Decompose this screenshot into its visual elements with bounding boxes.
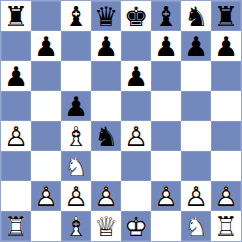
square-a3[interactable] bbox=[1, 151, 31, 181]
white-rook-outline: ♖ bbox=[1, 211, 31, 241]
white-king-outline: ♔ bbox=[121, 211, 151, 241]
white-pawn[interactable]: ♟♙ bbox=[181, 181, 211, 211]
white-pawn-outline: ♙ bbox=[61, 181, 91, 211]
white-pawn[interactable]: ♟♙ bbox=[91, 181, 121, 211]
square-a4[interactable]: ♟♙ bbox=[1, 121, 31, 151]
square-a5[interactable] bbox=[1, 91, 31, 121]
white-pawn-outline: ♙ bbox=[211, 181, 241, 211]
square-f4[interactable] bbox=[151, 121, 181, 151]
square-b6[interactable] bbox=[31, 61, 61, 91]
black-pawn[interactable]: ♟ bbox=[211, 31, 241, 61]
black-pawn[interactable]: ♟ bbox=[1, 61, 31, 91]
square-d7[interactable]: ♟ bbox=[91, 31, 121, 61]
square-b2[interactable]: ♟♙ bbox=[31, 181, 61, 211]
square-g2[interactable]: ♟♙ bbox=[181, 181, 211, 211]
square-f7[interactable]: ♟ bbox=[151, 31, 181, 61]
square-h4[interactable] bbox=[211, 121, 241, 151]
white-knight-outline: ♘ bbox=[181, 211, 211, 241]
square-g5[interactable] bbox=[181, 91, 211, 121]
black-queen[interactable]: ♛ bbox=[91, 1, 121, 31]
square-d1[interactable]: ♛♕ bbox=[91, 211, 121, 241]
white-rook[interactable]: ♜♖ bbox=[1, 211, 31, 241]
square-d5[interactable] bbox=[91, 91, 121, 121]
square-e6[interactable]: ♟ bbox=[121, 61, 151, 91]
white-pawn-outline: ♙ bbox=[181, 181, 211, 211]
square-e3[interactable] bbox=[121, 151, 151, 181]
square-c5[interactable]: ♟ bbox=[61, 91, 91, 121]
square-c1[interactable]: ♝♗ bbox=[61, 211, 91, 241]
square-g3[interactable] bbox=[181, 151, 211, 181]
white-pawn[interactable]: ♟♙ bbox=[31, 181, 61, 211]
square-e8[interactable]: ♚ bbox=[121, 1, 151, 31]
white-pawn[interactable]: ♟♙ bbox=[121, 121, 151, 151]
black-pawn[interactable]: ♟ bbox=[31, 31, 61, 61]
white-rook[interactable]: ♜♖ bbox=[211, 211, 241, 241]
black-knight[interactable]: ♞ bbox=[181, 1, 211, 31]
black-pawn[interactable]: ♟ bbox=[61, 91, 91, 121]
square-d2[interactable]: ♟♙ bbox=[91, 181, 121, 211]
black-knight[interactable]: ♞ bbox=[91, 121, 121, 151]
square-f5[interactable] bbox=[151, 91, 181, 121]
square-g6[interactable] bbox=[181, 61, 211, 91]
square-e5[interactable] bbox=[121, 91, 151, 121]
square-a6[interactable]: ♟ bbox=[1, 61, 31, 91]
white-bishop[interactable]: ♝♗ bbox=[61, 211, 91, 241]
white-pawn[interactable]: ♟♙ bbox=[61, 181, 91, 211]
square-d4[interactable]: ♞ bbox=[91, 121, 121, 151]
white-knight-outline: ♘ bbox=[61, 151, 91, 181]
square-e1[interactable]: ♚♔ bbox=[121, 211, 151, 241]
square-h6[interactable] bbox=[211, 61, 241, 91]
square-b8[interactable] bbox=[31, 1, 61, 31]
white-queen[interactable]: ♛♕ bbox=[91, 211, 121, 241]
white-pawn-outline: ♙ bbox=[91, 181, 121, 211]
square-b7[interactable]: ♟ bbox=[31, 31, 61, 61]
square-c6[interactable] bbox=[61, 61, 91, 91]
black-pawn[interactable]: ♟ bbox=[121, 61, 151, 91]
white-pawn-outline: ♙ bbox=[151, 181, 181, 211]
black-bishop[interactable]: ♝ bbox=[151, 1, 181, 31]
square-c7[interactable] bbox=[61, 31, 91, 61]
square-h7[interactable]: ♟ bbox=[211, 31, 241, 61]
white-knight[interactable]: ♞♘ bbox=[61, 151, 91, 181]
square-b4[interactable] bbox=[31, 121, 61, 151]
square-g7[interactable]: ♟ bbox=[181, 31, 211, 61]
black-rook[interactable]: ♜ bbox=[1, 1, 31, 31]
square-b5[interactable] bbox=[31, 91, 61, 121]
black-pawn[interactable]: ♟ bbox=[151, 31, 181, 61]
square-d6[interactable] bbox=[91, 61, 121, 91]
black-bishop[interactable]: ♝ bbox=[61, 1, 91, 31]
square-f3[interactable] bbox=[151, 151, 181, 181]
white-pawn[interactable]: ♟♙ bbox=[1, 121, 31, 151]
square-e2[interactable] bbox=[121, 181, 151, 211]
square-e4[interactable]: ♟♙ bbox=[121, 121, 151, 151]
chess-board: ♜♝♛♚♝♞♜♟♟♟♟♟♟♟♟♟♙♝♗♞♟♙♞♘♟♙♟♙♟♙♟♙♟♙♟♙♜♖♝♗… bbox=[0, 0, 242, 242]
square-g1[interactable]: ♞♘ bbox=[181, 211, 211, 241]
square-e7[interactable] bbox=[121, 31, 151, 61]
white-knight[interactable]: ♞♘ bbox=[181, 211, 211, 241]
black-king[interactable]: ♚ bbox=[121, 1, 151, 31]
square-h5[interactable] bbox=[211, 91, 241, 121]
square-a7[interactable] bbox=[1, 31, 31, 61]
square-h3[interactable] bbox=[211, 151, 241, 181]
square-d8[interactable]: ♛ bbox=[91, 1, 121, 31]
black-rook[interactable]: ♜ bbox=[211, 1, 241, 31]
square-c8[interactable]: ♝ bbox=[61, 1, 91, 31]
square-b1[interactable] bbox=[31, 211, 61, 241]
square-f8[interactable]: ♝ bbox=[151, 1, 181, 31]
white-bishop[interactable]: ♝♗ bbox=[61, 121, 91, 151]
square-h1[interactable]: ♜♖ bbox=[211, 211, 241, 241]
white-pawn-outline: ♙ bbox=[1, 121, 31, 151]
white-king[interactable]: ♚♔ bbox=[121, 211, 151, 241]
square-h8[interactable]: ♜ bbox=[211, 1, 241, 31]
square-c4[interactable]: ♝♗ bbox=[61, 121, 91, 151]
square-a2[interactable] bbox=[1, 181, 31, 211]
square-g8[interactable]: ♞ bbox=[181, 1, 211, 31]
black-pawn[interactable]: ♟ bbox=[91, 31, 121, 61]
square-c2[interactable]: ♟♙ bbox=[61, 181, 91, 211]
white-rook-outline: ♖ bbox=[211, 211, 241, 241]
white-queen-outline: ♕ bbox=[91, 211, 121, 241]
square-c3[interactable]: ♞♘ bbox=[61, 151, 91, 181]
square-f1[interactable] bbox=[151, 211, 181, 241]
white-pawn[interactable]: ♟♙ bbox=[151, 181, 181, 211]
square-b3[interactable] bbox=[31, 151, 61, 181]
square-a1[interactable]: ♜♖ bbox=[1, 211, 31, 241]
square-f2[interactable]: ♟♙ bbox=[151, 181, 181, 211]
white-pawn[interactable]: ♟♙ bbox=[211, 181, 241, 211]
black-pawn[interactable]: ♟ bbox=[181, 31, 211, 61]
square-h2[interactable]: ♟♙ bbox=[211, 181, 241, 211]
white-pawn-outline: ♙ bbox=[31, 181, 61, 211]
square-d3[interactable] bbox=[91, 151, 121, 181]
square-g4[interactable] bbox=[181, 121, 211, 151]
square-f6[interactable] bbox=[151, 61, 181, 91]
white-bishop-outline: ♗ bbox=[61, 211, 91, 241]
white-bishop-outline: ♗ bbox=[61, 121, 91, 151]
white-pawn-outline: ♙ bbox=[121, 121, 151, 151]
square-a8[interactable]: ♜ bbox=[1, 1, 31, 31]
